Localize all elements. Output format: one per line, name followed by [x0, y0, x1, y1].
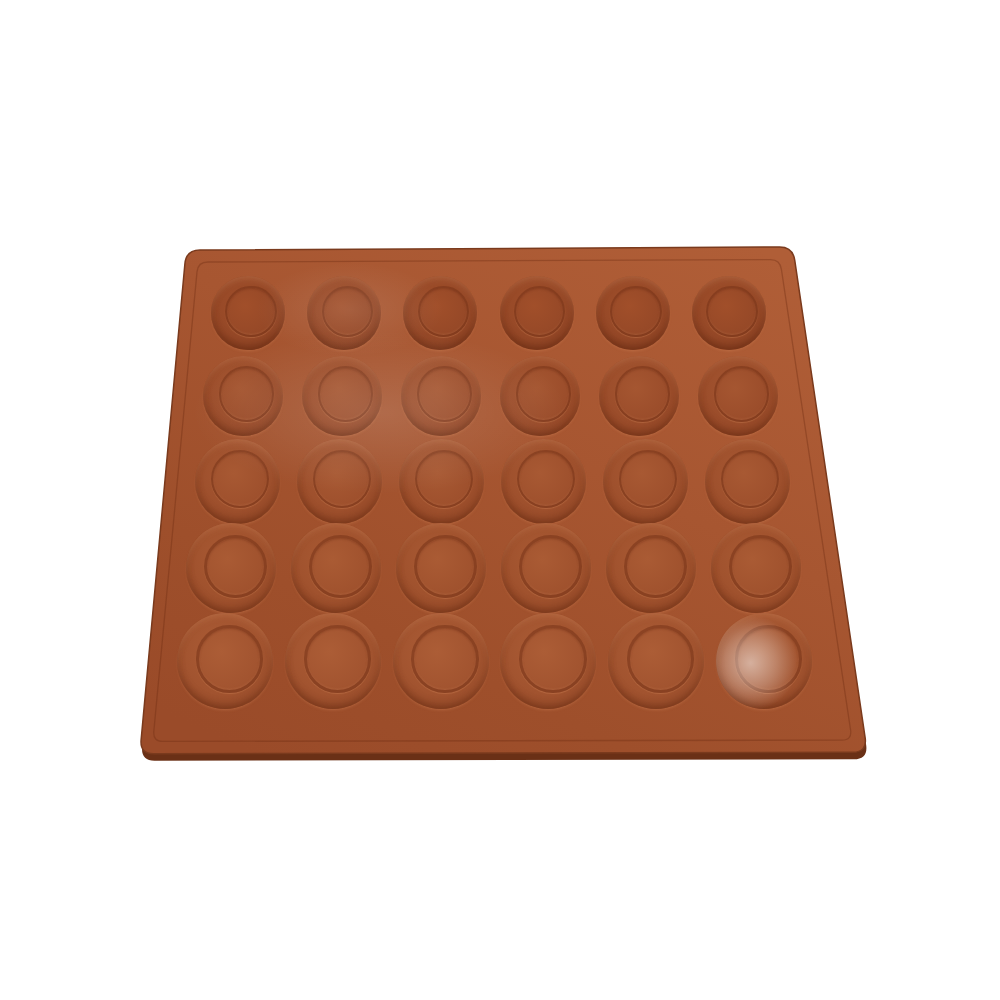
mat-cavity	[177, 613, 273, 709]
macaron-mat-svg	[0, 0, 1000, 1000]
cavity-inner-ring	[204, 535, 268, 599]
mat-cavity	[285, 613, 381, 709]
cavity-inner-ring	[517, 450, 575, 508]
cavity-inner-ring	[615, 366, 670, 421]
cavity-inner-ring	[322, 286, 373, 337]
cavity-inner-ring	[418, 286, 469, 337]
mat-cavity	[711, 523, 801, 613]
cavity-inner-ring	[211, 450, 269, 508]
mat-cavity	[501, 523, 591, 613]
mat-cavity	[399, 439, 484, 524]
mat-cavity	[297, 439, 382, 524]
cavity-inner-ring	[219, 366, 274, 421]
cavity-inner-ring	[304, 625, 371, 692]
mat-cavity	[396, 523, 486, 613]
cavity-inner-ring	[313, 450, 371, 508]
cavity-inner-ring	[627, 625, 694, 692]
cavity-inner-ring	[318, 366, 373, 421]
mat-cavity	[403, 276, 477, 350]
cavity-inner-ring	[729, 535, 793, 599]
cavity-inner-ring	[309, 535, 373, 599]
mat-cavity	[692, 276, 766, 350]
cavity-inner-ring	[415, 450, 473, 508]
mat-cavity	[307, 276, 381, 350]
mat-cavity	[705, 439, 790, 524]
cavity-inner-ring	[225, 286, 276, 337]
mat-cavity	[596, 276, 670, 350]
mat-cavity	[501, 439, 586, 524]
mat-cavity	[401, 356, 481, 436]
mat-cavity	[302, 356, 382, 436]
product-photo	[0, 0, 1000, 1000]
mat-cavity	[291, 523, 381, 613]
cavity-inner-ring	[411, 625, 478, 692]
cavity-inner-ring	[619, 450, 677, 508]
mat-cavity	[393, 613, 489, 709]
light-reflection	[716, 613, 812, 709]
mat-cavity	[186, 523, 276, 613]
cavity-inner-ring	[414, 535, 478, 599]
cavity-inner-ring	[519, 625, 586, 692]
mat-cavity	[603, 439, 688, 524]
cavity-inner-ring	[714, 366, 769, 421]
mat-cavity	[608, 613, 704, 709]
mat-cavity	[500, 356, 580, 436]
cavity-inner-ring	[706, 286, 757, 337]
cavity-inner-ring	[516, 366, 571, 421]
mat-cavity	[599, 356, 679, 436]
mat-cavity	[716, 613, 812, 709]
cavity-inner-ring	[624, 535, 688, 599]
mat-cavity	[203, 356, 283, 436]
mat-cavity	[698, 356, 778, 436]
cavity-inner-ring	[514, 286, 565, 337]
cavity-inner-ring	[196, 625, 263, 692]
mat-cavity	[500, 276, 574, 350]
mat-cavity	[500, 613, 596, 709]
cavity-inner-ring	[610, 286, 661, 337]
cavity-inner-ring	[721, 450, 779, 508]
mat-cavity	[211, 276, 285, 350]
mat-cavity	[195, 439, 280, 524]
cavity-inner-ring	[417, 366, 472, 421]
mat-cavity	[606, 523, 696, 613]
cavity-inner-ring	[519, 535, 583, 599]
